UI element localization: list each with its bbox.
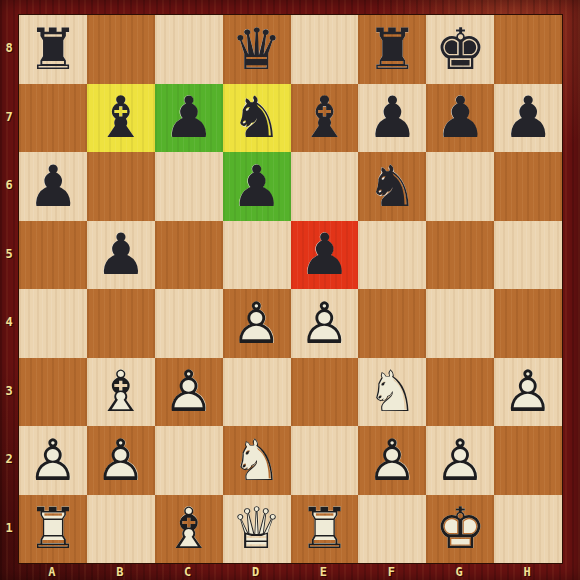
square-f8[interactable]: ♖♜ — [358, 15, 426, 84]
piece-glyph-outline: ♚ — [426, 15, 494, 84]
square-a2[interactable]: ♟♙ — [19, 426, 87, 495]
file-label-d: D — [222, 563, 290, 580]
black-pawn[interactable]: ♙♟ — [155, 84, 223, 153]
square-a8[interactable]: ♖♜ — [19, 15, 87, 84]
white-pawn[interactable]: ♟♙ — [494, 358, 562, 427]
piece-glyph-outline: ♘ — [358, 358, 426, 427]
piece-glyph-outline: ♘ — [223, 426, 291, 495]
square-c2[interactable] — [155, 426, 223, 495]
black-king[interactable]: ♔♚ — [426, 15, 494, 84]
square-c5[interactable] — [155, 221, 223, 290]
square-e1[interactable]: ♜♖ — [291, 495, 359, 564]
square-f1[interactable] — [358, 495, 426, 564]
file-label-f: F — [357, 563, 425, 580]
square-e3[interactable] — [291, 358, 359, 427]
white-pawn[interactable]: ♟♙ — [155, 358, 223, 427]
rank-label-5: 5 — [0, 220, 18, 289]
square-b6[interactable] — [87, 152, 155, 221]
file-label-b: B — [86, 563, 154, 580]
piece-glyph-outline: ♟ — [87, 221, 155, 290]
piece-glyph-outline: ♟ — [358, 84, 426, 153]
square-d1[interactable]: ♛♕ — [223, 495, 291, 564]
square-e7[interactable]: ♗♝ — [291, 84, 359, 153]
square-g6[interactable] — [426, 152, 494, 221]
file-label-g: G — [425, 563, 493, 580]
square-c3[interactable]: ♟♙ — [155, 358, 223, 427]
piece-glyph-outline: ♝ — [87, 84, 155, 153]
piece-glyph-outline: ♗ — [155, 495, 223, 564]
square-c8[interactable] — [155, 15, 223, 84]
white-king[interactable]: ♚♔ — [426, 495, 494, 564]
square-b1[interactable] — [87, 495, 155, 564]
piece-glyph-outline: ♜ — [19, 15, 87, 84]
square-g5[interactable] — [426, 221, 494, 290]
file-labels: ABCDEFGH — [18, 563, 561, 580]
square-d6[interactable]: ♙♟ — [223, 152, 291, 221]
white-bishop[interactable]: ♝♗ — [87, 358, 155, 427]
piece-glyph-outline: ♟ — [223, 152, 291, 221]
white-rook[interactable]: ♜♖ — [291, 495, 359, 564]
piece-glyph-outline: ♙ — [426, 426, 494, 495]
square-g1[interactable]: ♚♔ — [426, 495, 494, 564]
rank-label-4: 4 — [0, 288, 18, 357]
piece-glyph-outline: ♜ — [358, 15, 426, 84]
white-pawn[interactable]: ♟♙ — [19, 426, 87, 495]
square-h4[interactable] — [494, 289, 562, 358]
file-label-e: E — [290, 563, 358, 580]
square-h1[interactable] — [494, 495, 562, 564]
white-pawn[interactable]: ♟♙ — [87, 426, 155, 495]
rank-label-2: 2 — [0, 425, 18, 494]
piece-glyph-outline: ♝ — [291, 84, 359, 153]
rank-label-1: 1 — [0, 494, 18, 563]
file-label-h: H — [493, 563, 561, 580]
black-pawn[interactable]: ♙♟ — [291, 221, 359, 290]
square-c4[interactable] — [155, 289, 223, 358]
square-b4[interactable] — [87, 289, 155, 358]
square-a7[interactable] — [19, 84, 87, 153]
black-queen[interactable]: ♕♛ — [223, 15, 291, 84]
black-knight[interactable]: ♘♞ — [223, 84, 291, 153]
piece-glyph-outline: ♙ — [358, 426, 426, 495]
piece-glyph-outline: ♞ — [358, 152, 426, 221]
black-pawn[interactable]: ♙♟ — [426, 84, 494, 153]
square-d8[interactable]: ♕♛ — [223, 15, 291, 84]
square-b3[interactable]: ♝♗ — [87, 358, 155, 427]
black-knight[interactable]: ♘♞ — [358, 152, 426, 221]
square-d7[interactable]: ♘♞ — [223, 84, 291, 153]
piece-glyph-outline: ♙ — [155, 358, 223, 427]
piece-glyph-outline: ♛ — [223, 15, 291, 84]
square-h7[interactable]: ♙♟ — [494, 84, 562, 153]
square-d4[interactable]: ♟♙ — [223, 289, 291, 358]
square-f7[interactable]: ♙♟ — [358, 84, 426, 153]
square-g7[interactable]: ♙♟ — [426, 84, 494, 153]
square-d5[interactable] — [223, 221, 291, 290]
square-f2[interactable]: ♟♙ — [358, 426, 426, 495]
square-b5[interactable]: ♙♟ — [87, 221, 155, 290]
rank-labels: 87654321 — [0, 14, 18, 562]
black-bishop[interactable]: ♗♝ — [291, 84, 359, 153]
black-rook[interactable]: ♖♜ — [358, 15, 426, 84]
piece-glyph-outline: ♟ — [426, 84, 494, 153]
piece-glyph-outline: ♞ — [223, 84, 291, 153]
file-label-c: C — [154, 563, 222, 580]
square-h2[interactable] — [494, 426, 562, 495]
piece-glyph-outline: ♕ — [223, 495, 291, 564]
square-g2[interactable]: ♟♙ — [426, 426, 494, 495]
square-f6[interactable]: ♘♞ — [358, 152, 426, 221]
piece-glyph-outline: ♗ — [87, 358, 155, 427]
square-f4[interactable] — [358, 289, 426, 358]
piece-glyph-outline: ♙ — [291, 289, 359, 358]
square-c7[interactable]: ♙♟ — [155, 84, 223, 153]
square-e6[interactable] — [291, 152, 359, 221]
square-a1[interactable]: ♜♖ — [19, 495, 87, 564]
square-c1[interactable]: ♝♗ — [155, 495, 223, 564]
square-b2[interactable]: ♟♙ — [87, 426, 155, 495]
piece-glyph-outline: ♔ — [426, 495, 494, 564]
square-h3[interactable]: ♟♙ — [494, 358, 562, 427]
piece-glyph-outline: ♙ — [87, 426, 155, 495]
square-a5[interactable] — [19, 221, 87, 290]
white-rook[interactable]: ♜♖ — [19, 495, 87, 564]
piece-glyph-outline: ♖ — [291, 495, 359, 564]
square-h8[interactable] — [494, 15, 562, 84]
white-queen[interactable]: ♛♕ — [223, 495, 291, 564]
black-pawn[interactable]: ♙♟ — [358, 84, 426, 153]
square-a4[interactable] — [19, 289, 87, 358]
chess-board-frame: ♖♜♕♛♖♜♔♚♗♝♙♟♘♞♗♝♙♟♙♟♙♟♙♟♙♟♘♞♙♟♙♟♟♙♟♙♝♗♟♙… — [0, 0, 580, 580]
square-f3[interactable]: ♞♘ — [358, 358, 426, 427]
rank-label-3: 3 — [0, 357, 18, 426]
piece-glyph-outline: ♙ — [19, 426, 87, 495]
square-e4[interactable]: ♟♙ — [291, 289, 359, 358]
square-b8[interactable] — [87, 15, 155, 84]
file-label-a: A — [18, 563, 86, 580]
piece-glyph-outline: ♟ — [494, 84, 562, 153]
square-d3[interactable] — [223, 358, 291, 427]
black-bishop[interactable]: ♗♝ — [87, 84, 155, 153]
square-a6[interactable]: ♙♟ — [19, 152, 87, 221]
white-knight[interactable]: ♞♘ — [358, 358, 426, 427]
white-bishop[interactable]: ♝♗ — [155, 495, 223, 564]
black-pawn[interactable]: ♙♟ — [19, 152, 87, 221]
piece-glyph-outline: ♟ — [19, 152, 87, 221]
white-knight[interactable]: ♞♘ — [223, 426, 291, 495]
square-e8[interactable] — [291, 15, 359, 84]
square-h5[interactable] — [494, 221, 562, 290]
square-b7[interactable]: ♗♝ — [87, 84, 155, 153]
square-e5[interactable]: ♙♟ — [291, 221, 359, 290]
piece-glyph-outline: ♙ — [223, 289, 291, 358]
square-g8[interactable]: ♔♚ — [426, 15, 494, 84]
rank-label-6: 6 — [0, 151, 18, 220]
rank-label-8: 8 — [0, 14, 18, 83]
rank-label-7: 7 — [0, 83, 18, 152]
piece-glyph-outline: ♖ — [19, 495, 87, 564]
square-g4[interactable] — [426, 289, 494, 358]
square-d2[interactable]: ♞♘ — [223, 426, 291, 495]
piece-glyph-outline: ♟ — [155, 84, 223, 153]
square-a3[interactable] — [19, 358, 87, 427]
white-pawn[interactable]: ♟♙ — [223, 289, 291, 358]
black-pawn[interactable]: ♙♟ — [494, 84, 562, 153]
black-pawn[interactable]: ♙♟ — [87, 221, 155, 290]
piece-glyph-outline: ♟ — [291, 221, 359, 290]
black-rook[interactable]: ♖♜ — [19, 15, 87, 84]
piece-glyph-outline: ♙ — [494, 358, 562, 427]
square-h6[interactable] — [494, 152, 562, 221]
square-f5[interactable] — [358, 221, 426, 290]
white-pawn[interactable]: ♟♙ — [426, 426, 494, 495]
black-pawn[interactable]: ♙♟ — [223, 152, 291, 221]
square-e2[interactable] — [291, 426, 359, 495]
square-c6[interactable] — [155, 152, 223, 221]
chess-board: ♖♜♕♛♖♜♔♚♗♝♙♟♘♞♗♝♙♟♙♟♙♟♙♟♙♟♘♞♙♟♙♟♟♙♟♙♝♗♟♙… — [18, 14, 563, 564]
square-g3[interactable] — [426, 358, 494, 427]
white-pawn[interactable]: ♟♙ — [358, 426, 426, 495]
white-pawn[interactable]: ♟♙ — [291, 289, 359, 358]
